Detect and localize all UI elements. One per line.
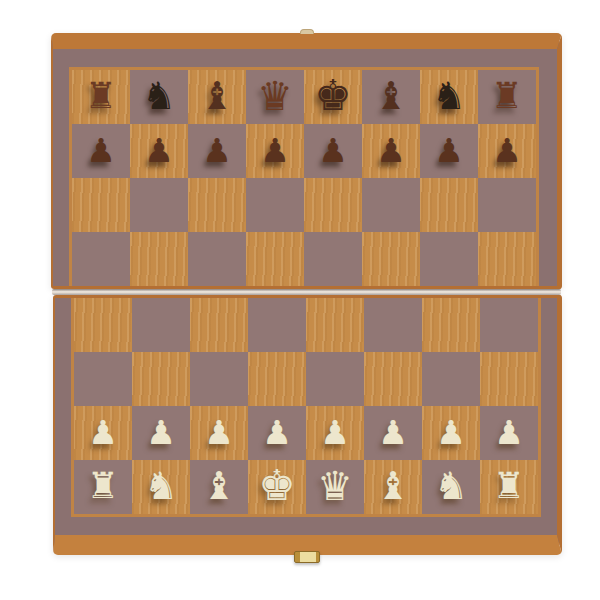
piece-white-pawn-b2: ♟ [146, 416, 176, 449]
square-d4 [248, 298, 306, 352]
square-f2: ♟ [364, 406, 422, 460]
piece-black-pawn-e7: ♟ [318, 134, 348, 167]
piece-black-pawn-g7: ♟ [434, 134, 464, 167]
square-d5 [246, 232, 304, 286]
square-h7: ♟ [478, 124, 536, 178]
piece-white-pawn-e2: ♟ [320, 416, 350, 449]
square-a6 [72, 178, 130, 232]
piece-white-queen-e1: ♛ [317, 466, 353, 506]
square-a2: ♟ [74, 406, 132, 460]
square-d3 [248, 352, 306, 406]
piece-white-rook-h1: ♜ [493, 468, 525, 504]
piece-black-queen-d8: ♛ [257, 76, 293, 116]
piece-black-bishop-f8: ♝ [374, 77, 408, 115]
square-h1: ♜ [480, 460, 538, 514]
square-e7: ♟ [304, 124, 362, 178]
piece-black-pawn-f7: ♟ [376, 134, 406, 167]
piece-white-pawn-a2: ♟ [88, 416, 118, 449]
square-c3 [190, 352, 248, 406]
square-f8: ♝ [362, 70, 420, 124]
square-e1: ♛ [306, 460, 364, 514]
square-c2: ♟ [190, 406, 248, 460]
piece-white-pawn-d2: ♟ [262, 416, 292, 449]
grid-ranks-8-to-5: ♜♞♝♛♚♝♞♜♟♟♟♟♟♟♟♟ [72, 70, 536, 286]
piece-black-pawn-c7: ♟ [202, 134, 232, 167]
square-g3 [422, 352, 480, 406]
square-d1: ♚ [248, 460, 306, 514]
square-b4 [132, 298, 190, 352]
square-g1: ♞ [422, 460, 480, 514]
piece-white-knight-b1: ♞ [144, 467, 178, 505]
top-hinge-icon [300, 29, 314, 34]
square-h6 [478, 178, 536, 232]
square-d6 [246, 178, 304, 232]
board-top-half: ♜♞♝♛♚♝♞♜♟♟♟♟♟♟♟♟ [51, 33, 562, 289]
piece-black-king-e8: ♚ [314, 75, 352, 117]
square-c6 [188, 178, 246, 232]
square-f6 [362, 178, 420, 232]
square-h2: ♟ [480, 406, 538, 460]
piece-white-bishop-c1: ♝ [202, 467, 236, 505]
square-b6 [130, 178, 188, 232]
square-c4 [190, 298, 248, 352]
square-d7: ♟ [246, 124, 304, 178]
square-a3 [74, 352, 132, 406]
piece-black-bishop-c8: ♝ [200, 77, 234, 115]
piece-white-pawn-g2: ♟ [436, 416, 466, 449]
square-c7: ♟ [188, 124, 246, 178]
square-a4 [74, 298, 132, 352]
piece-black-rook-a8: ♜ [85, 78, 117, 114]
square-d2: ♟ [248, 406, 306, 460]
square-h4 [480, 298, 538, 352]
square-b3 [132, 352, 190, 406]
square-g8: ♞ [420, 70, 478, 124]
square-h5 [478, 232, 536, 286]
piece-black-pawn-b7: ♟ [144, 134, 174, 167]
square-b2: ♟ [132, 406, 190, 460]
square-d8: ♛ [246, 70, 304, 124]
square-a7: ♟ [72, 124, 130, 178]
square-h3 [480, 352, 538, 406]
square-e8: ♚ [304, 70, 362, 124]
square-e4 [306, 298, 364, 352]
pinstripe-border-top: ♜♞♝♛♚♝♞♜♟♟♟♟♟♟♟♟ [69, 67, 539, 286]
piece-white-king-d1: ♚ [258, 465, 296, 507]
square-f4 [364, 298, 422, 352]
square-e6 [304, 178, 362, 232]
square-f1: ♝ [364, 460, 422, 514]
square-b8: ♞ [130, 70, 188, 124]
square-g5 [420, 232, 478, 286]
square-h8: ♜ [478, 70, 536, 124]
piece-white-pawn-f2: ♟ [378, 416, 408, 449]
piece-white-pawn-h2: ♟ [494, 416, 524, 449]
square-b7: ♟ [130, 124, 188, 178]
square-b5 [130, 232, 188, 286]
square-g6 [420, 178, 478, 232]
square-b1: ♞ [132, 460, 190, 514]
square-g7: ♟ [420, 124, 478, 178]
square-a8: ♜ [72, 70, 130, 124]
square-e3 [306, 352, 364, 406]
piece-black-knight-g8: ♞ [432, 77, 466, 115]
piece-black-pawn-d7: ♟ [260, 134, 290, 167]
piece-black-rook-h8: ♜ [491, 78, 523, 114]
piece-white-rook-a1: ♜ [87, 468, 119, 504]
square-g2: ♟ [422, 406, 480, 460]
piece-white-knight-g1: ♞ [434, 467, 468, 505]
square-f7: ♟ [362, 124, 420, 178]
piece-black-pawn-h7: ♟ [492, 134, 522, 167]
pinstripe-border-bottom: ♟♟♟♟♟♟♟♟♜♞♝♚♛♝♞♜ [71, 298, 541, 517]
square-e5 [304, 232, 362, 286]
piece-white-bishop-f1: ♝ [376, 467, 410, 505]
piece-black-knight-b8: ♞ [142, 77, 176, 115]
square-f5 [362, 232, 420, 286]
chess-board: ♜♞♝♛♚♝♞♜♟♟♟♟♟♟♟♟ ♟♟♟♟♟♟♟♟♜♞♝♚♛♝♞♜ [51, 33, 562, 555]
square-c1: ♝ [190, 460, 248, 514]
square-a1: ♜ [74, 460, 132, 514]
piece-black-pawn-a7: ♟ [86, 134, 116, 167]
grid-ranks-4-to-1: ♟♟♟♟♟♟♟♟♜♞♝♚♛♝♞♜ [74, 298, 538, 514]
square-e2: ♟ [306, 406, 364, 460]
square-c5 [188, 232, 246, 286]
square-g4 [422, 298, 480, 352]
brass-clasp-icon [294, 551, 320, 563]
square-a5 [72, 232, 130, 286]
square-f3 [364, 352, 422, 406]
square-c8: ♝ [188, 70, 246, 124]
piece-white-pawn-c2: ♟ [204, 416, 234, 449]
board-bottom-half: ♟♟♟♟♟♟♟♟♜♞♝♚♛♝♞♜ [53, 295, 562, 555]
